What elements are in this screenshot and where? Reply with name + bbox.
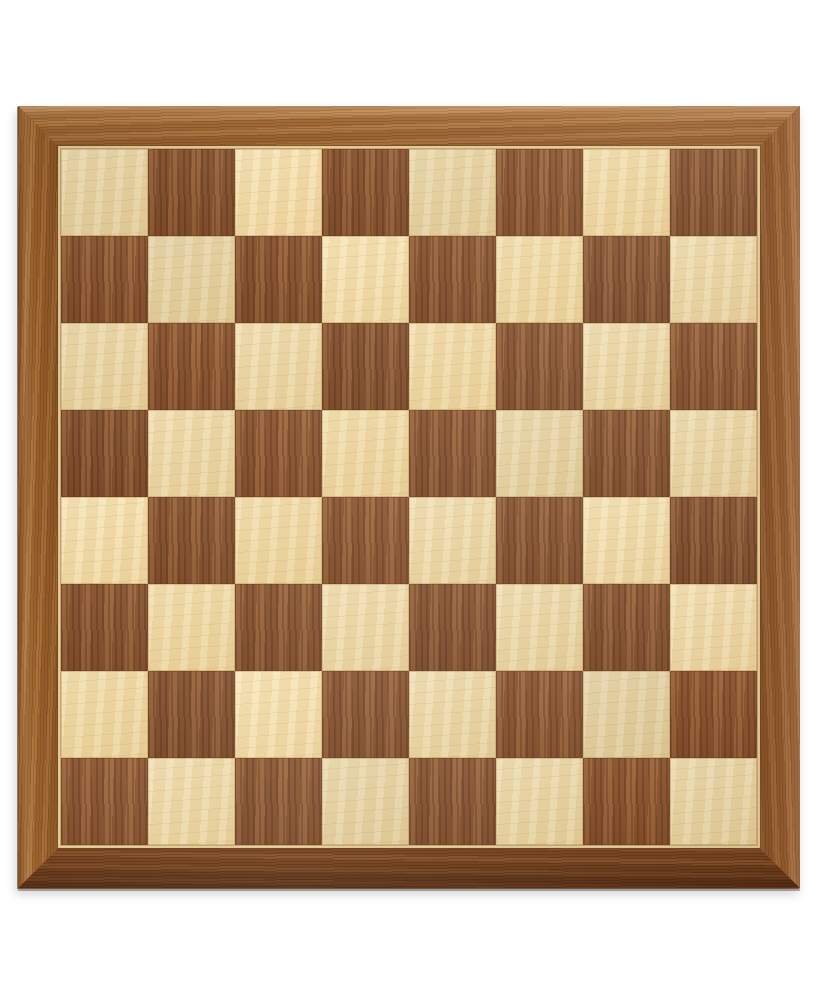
square-c2[interactable] xyxy=(235,671,322,758)
square-c4[interactable] xyxy=(235,497,322,584)
square-g3[interactable] xyxy=(583,584,670,671)
square-g4[interactable] xyxy=(583,497,670,584)
board-frame-left-rail xyxy=(18,106,58,888)
chess-board xyxy=(18,106,800,888)
square-d1[interactable] xyxy=(322,758,409,845)
square-g5[interactable] xyxy=(583,410,670,497)
square-b6[interactable] xyxy=(148,323,235,410)
square-h5[interactable] xyxy=(670,410,757,497)
square-h3[interactable] xyxy=(670,584,757,671)
square-f5[interactable] xyxy=(496,410,583,497)
square-h6[interactable] xyxy=(670,323,757,410)
square-c1[interactable] xyxy=(235,758,322,845)
square-a5[interactable] xyxy=(61,410,148,497)
square-d7[interactable] xyxy=(322,236,409,323)
square-g8[interactable] xyxy=(583,149,670,236)
square-a7[interactable] xyxy=(61,236,148,323)
square-d2[interactable] xyxy=(322,671,409,758)
square-c5[interactable] xyxy=(235,410,322,497)
square-g6[interactable] xyxy=(583,323,670,410)
square-f7[interactable] xyxy=(496,236,583,323)
square-e4[interactable] xyxy=(409,497,496,584)
square-b7[interactable] xyxy=(148,236,235,323)
board-frame-bottom-rail xyxy=(18,848,800,888)
square-e7[interactable] xyxy=(409,236,496,323)
square-h1[interactable] xyxy=(670,758,757,845)
square-f4[interactable] xyxy=(496,497,583,584)
square-g1[interactable] xyxy=(583,758,670,845)
square-d6[interactable] xyxy=(322,323,409,410)
product-photo xyxy=(0,0,819,1000)
square-f6[interactable] xyxy=(496,323,583,410)
square-e2[interactable] xyxy=(409,671,496,758)
square-c3[interactable] xyxy=(235,584,322,671)
square-a2[interactable] xyxy=(61,671,148,758)
square-e3[interactable] xyxy=(409,584,496,671)
square-b8[interactable] xyxy=(148,149,235,236)
square-h7[interactable] xyxy=(670,236,757,323)
square-g2[interactable] xyxy=(583,671,670,758)
board-frame-right-rail xyxy=(760,106,800,888)
square-e5[interactable] xyxy=(409,410,496,497)
square-d5[interactable] xyxy=(322,410,409,497)
board-grid xyxy=(61,149,757,845)
square-b2[interactable] xyxy=(148,671,235,758)
square-b5[interactable] xyxy=(148,410,235,497)
square-f1[interactable] xyxy=(496,758,583,845)
square-h8[interactable] xyxy=(670,149,757,236)
square-e6[interactable] xyxy=(409,323,496,410)
square-e1[interactable] xyxy=(409,758,496,845)
square-b4[interactable] xyxy=(148,497,235,584)
square-c8[interactable] xyxy=(235,149,322,236)
square-a8[interactable] xyxy=(61,149,148,236)
square-a1[interactable] xyxy=(61,758,148,845)
square-b3[interactable] xyxy=(148,584,235,671)
square-f2[interactable] xyxy=(496,671,583,758)
square-c7[interactable] xyxy=(235,236,322,323)
square-a6[interactable] xyxy=(61,323,148,410)
square-a3[interactable] xyxy=(61,584,148,671)
square-g7[interactable] xyxy=(583,236,670,323)
square-d3[interactable] xyxy=(322,584,409,671)
square-a4[interactable] xyxy=(61,497,148,584)
square-f3[interactable] xyxy=(496,584,583,671)
square-f8[interactable] xyxy=(496,149,583,236)
square-h4[interactable] xyxy=(670,497,757,584)
square-b1[interactable] xyxy=(148,758,235,845)
square-h2[interactable] xyxy=(670,671,757,758)
square-d4[interactable] xyxy=(322,497,409,584)
square-c6[interactable] xyxy=(235,323,322,410)
board-frame-top-rail xyxy=(18,106,800,146)
square-d8[interactable] xyxy=(322,149,409,236)
square-e8[interactable] xyxy=(409,149,496,236)
